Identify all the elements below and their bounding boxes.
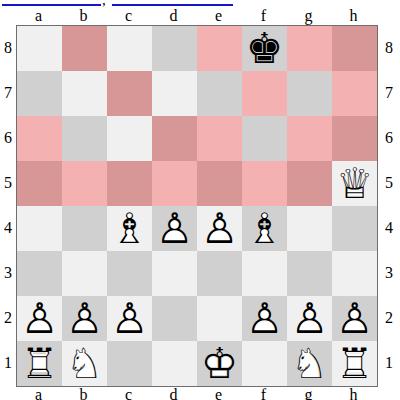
square-e6[interactable]	[197, 116, 242, 161]
square-g7[interactable]	[287, 71, 332, 116]
square-e3[interactable]	[197, 251, 242, 296]
piece-glyph: ♙	[62, 296, 107, 341]
square-a4[interactable]	[17, 206, 62, 251]
square-f3[interactable]	[242, 251, 287, 296]
square-b2[interactable]: ♟♙	[62, 296, 107, 341]
square-f4[interactable]: ♝♗	[242, 206, 287, 251]
square-g4[interactable]	[287, 206, 332, 251]
square-d5[interactable]	[152, 161, 197, 206]
file-label-f: f	[241, 387, 286, 400]
white-bishop-icon: ♝♗	[107, 206, 152, 251]
label-spacer	[0, 7, 16, 25]
rank-label-6: 6	[378, 115, 400, 160]
file-label-c: c	[106, 7, 151, 25]
piece-glyph: ♙	[242, 296, 287, 341]
square-c8[interactable]	[107, 26, 152, 71]
square-g8[interactable]	[287, 26, 332, 71]
white-pawn-icon: ♟♙	[242, 296, 287, 341]
square-b4[interactable]	[62, 206, 107, 251]
piece-glyph: ♗	[107, 206, 152, 251]
square-h4[interactable]	[332, 206, 377, 251]
square-g1[interactable]: ♞♘	[287, 341, 332, 386]
piece-glyph: ♗	[242, 206, 287, 251]
rank-label-2: 2	[0, 295, 16, 340]
square-h1[interactable]: ♜♖	[332, 341, 377, 386]
square-h3[interactable]	[332, 251, 377, 296]
rank-label-8: 8	[378, 25, 400, 70]
square-c2[interactable]: ♟♙	[107, 296, 152, 341]
square-a5[interactable]	[17, 161, 62, 206]
clipped-link-1[interactable]	[2, 4, 101, 6]
square-f1[interactable]	[242, 341, 287, 386]
rank-label-4: 4	[0, 205, 16, 250]
rank-label-7: 7	[378, 70, 400, 115]
rank-label-5: 5	[0, 160, 16, 205]
white-rook-icon: ♜♖	[17, 341, 62, 386]
square-a2[interactable]: ♟♙	[17, 296, 62, 341]
square-f7[interactable]	[242, 71, 287, 116]
file-label-g: g	[286, 7, 331, 25]
white-pawn-icon: ♟♙	[197, 206, 242, 251]
white-pawn-icon: ♟♙	[287, 296, 332, 341]
square-g2[interactable]: ♟♙	[287, 296, 332, 341]
square-b8[interactable]	[62, 26, 107, 71]
piece-glyph: ♙	[287, 296, 332, 341]
piece-glyph: ♚	[242, 26, 287, 71]
rank-label-4: 4	[378, 205, 400, 250]
square-c6[interactable]	[107, 116, 152, 161]
square-h2[interactable]: ♟♙	[332, 296, 377, 341]
square-e7[interactable]	[197, 71, 242, 116]
piece-glyph: ♖	[17, 341, 62, 386]
rank-label-2: 2	[378, 295, 400, 340]
piece-glyph: ♖	[332, 341, 377, 386]
file-label-d: d	[151, 7, 196, 25]
white-pawn-icon: ♟♙	[332, 296, 377, 341]
white-pawn-icon: ♟♙	[62, 296, 107, 341]
file-label-e: e	[196, 387, 241, 400]
file-label-a: a	[16, 387, 61, 400]
square-b1[interactable]: ♞♘	[62, 341, 107, 386]
square-c1[interactable]	[107, 341, 152, 386]
piece-glyph: ♘	[287, 341, 332, 386]
white-knight-icon: ♞♘	[62, 341, 107, 386]
white-queen-icon: ♛♕	[332, 161, 377, 206]
white-rook-icon: ♜♖	[332, 341, 377, 386]
rank-label-6: 6	[0, 115, 16, 160]
square-g6[interactable]	[287, 116, 332, 161]
file-label-a: a	[16, 7, 61, 25]
piece-glyph: ♕	[332, 161, 377, 206]
file-label-e: e	[196, 7, 241, 25]
piece-glyph: ♙	[17, 296, 62, 341]
chess-diagram: abcdefgh 87654321 ♚♛♕♝♗♟♙♟♙♝♗♟♙♟♙♟♙♟♙♟♙♟…	[0, 7, 400, 400]
square-f5[interactable]	[242, 161, 287, 206]
piece-glyph: ♔	[197, 341, 242, 386]
white-knight-icon: ♞♘	[287, 341, 332, 386]
file-label-d: d	[151, 387, 196, 400]
square-e5[interactable]	[197, 161, 242, 206]
white-pawn-icon: ♟♙	[152, 206, 197, 251]
square-f8[interactable]: ♚	[242, 26, 287, 71]
file-label-h: h	[331, 387, 376, 400]
file-label-b: b	[61, 387, 106, 400]
square-f2[interactable]: ♟♙	[242, 296, 287, 341]
square-d4[interactable]: ♟♙	[152, 206, 197, 251]
square-e1[interactable]: ♚♔	[197, 341, 242, 386]
file-label-h: h	[331, 7, 376, 25]
square-c7[interactable]	[107, 71, 152, 116]
square-c3[interactable]	[107, 251, 152, 296]
white-bishop-icon: ♝♗	[242, 206, 287, 251]
board: ♚♛♕♝♗♟♙♟♙♝♗♟♙♟♙♟♙♟♙♟♙♟♙♜♖♞♘♚♔♞♘♜♖	[16, 25, 378, 387]
square-d3[interactable]	[152, 251, 197, 296]
rank-label-7: 7	[0, 70, 16, 115]
rank-label-1: 1	[378, 340, 400, 385]
square-d2[interactable]	[152, 296, 197, 341]
rank-label-8: 8	[0, 25, 16, 70]
square-c4[interactable]: ♝♗	[107, 206, 152, 251]
clipped-link-2[interactable]	[112, 4, 233, 6]
file-label-c: c	[106, 387, 151, 400]
square-h8[interactable]	[332, 26, 377, 71]
square-h6[interactable]	[332, 116, 377, 161]
square-f6[interactable]	[242, 116, 287, 161]
file-label-b: b	[61, 7, 106, 25]
square-a3[interactable]	[17, 251, 62, 296]
rank-label-3: 3	[0, 250, 16, 295]
square-e4[interactable]: ♟♙	[197, 206, 242, 251]
square-a6[interactable]	[17, 116, 62, 161]
rank-label-5: 5	[378, 160, 400, 205]
square-b7[interactable]	[62, 71, 107, 116]
square-d6[interactable]	[152, 116, 197, 161]
black-king-icon: ♚	[242, 26, 287, 71]
square-b6[interactable]	[62, 116, 107, 161]
file-label-f: f	[241, 7, 286, 25]
rank-label-1: 1	[0, 340, 16, 385]
square-g3[interactable]	[287, 251, 332, 296]
square-b5[interactable]	[62, 161, 107, 206]
piece-glyph: ♘	[62, 341, 107, 386]
file-label-g: g	[286, 387, 331, 400]
square-c5[interactable]	[107, 161, 152, 206]
white-pawn-icon: ♟♙	[107, 296, 152, 341]
white-king-icon: ♚♔	[197, 341, 242, 386]
piece-glyph: ♙	[197, 206, 242, 251]
square-a7[interactable]	[17, 71, 62, 116]
rank-labels-right: 87654321	[378, 25, 400, 387]
square-d8[interactable]	[152, 26, 197, 71]
square-d7[interactable]	[152, 71, 197, 116]
piece-glyph: ♙	[107, 296, 152, 341]
rank-label-3: 3	[378, 250, 400, 295]
square-g5[interactable]	[287, 161, 332, 206]
top-links-bar: ,	[0, 0, 400, 7]
square-a1[interactable]: ♜♖	[17, 341, 62, 386]
file-labels-top: abcdefgh	[0, 7, 400, 25]
square-e8[interactable]	[197, 26, 242, 71]
square-b3[interactable]	[62, 251, 107, 296]
white-pawn-icon: ♟♙	[17, 296, 62, 341]
square-d1[interactable]	[152, 341, 197, 386]
square-e2[interactable]	[197, 296, 242, 341]
link-separator: ,	[102, 0, 106, 7]
piece-glyph: ♙	[332, 296, 377, 341]
file-labels-bottom: abcdefgh	[0, 387, 400, 400]
square-h7[interactable]	[332, 71, 377, 116]
label-spacer	[0, 387, 16, 400]
square-h5[interactable]: ♛♕	[332, 161, 377, 206]
square-a8[interactable]	[17, 26, 62, 71]
rank-labels-left: 87654321	[0, 25, 16, 387]
piece-glyph: ♙	[152, 206, 197, 251]
